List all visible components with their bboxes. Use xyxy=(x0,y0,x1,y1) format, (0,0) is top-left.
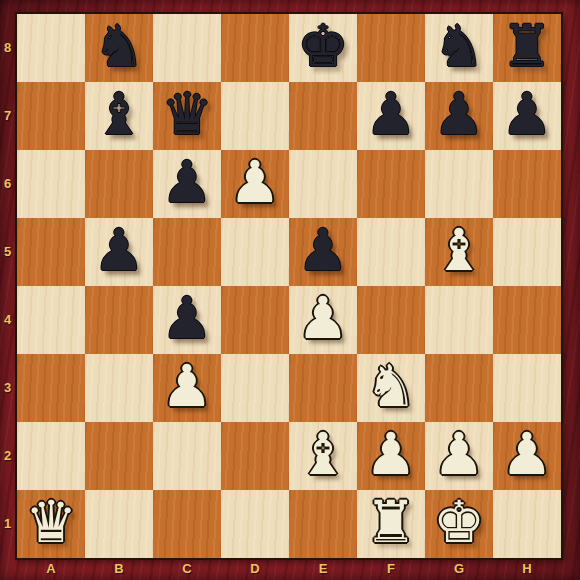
square-f8[interactable] xyxy=(357,14,425,82)
square-d3[interactable] xyxy=(221,354,289,422)
piece-black-pawn-g7[interactable]: ♟ xyxy=(433,85,485,143)
chessboard-scene: 87654321 ♞♚♞♜♝♛♟♟♟♟♟♟♟♝♟♟♟♞♝♟♟♟♛♜♚ ABCDE… xyxy=(0,0,580,580)
piece-white-knight-f3[interactable]: ♞ xyxy=(365,357,417,415)
piece-white-pawn-f2[interactable]: ♟ xyxy=(365,425,417,483)
square-h4[interactable] xyxy=(493,286,561,354)
square-h2[interactable]: ♟ xyxy=(493,422,561,490)
square-g8[interactable]: ♞ xyxy=(425,14,493,82)
square-h8[interactable]: ♜ xyxy=(493,14,561,82)
file-label-b: B xyxy=(85,558,153,580)
square-e6[interactable] xyxy=(289,150,357,218)
board-frame: ♞♚♞♜♝♛♟♟♟♟♟♟♟♝♟♟♟♞♝♟♟♟♛♜♚ xyxy=(15,12,563,560)
piece-black-knight-b8[interactable]: ♞ xyxy=(93,17,145,75)
square-h5[interactable] xyxy=(493,218,561,286)
square-b6[interactable] xyxy=(85,150,153,218)
rank-label-4: 4 xyxy=(0,286,15,354)
square-b8[interactable]: ♞ xyxy=(85,14,153,82)
piece-black-king-e8[interactable]: ♚ xyxy=(297,17,349,75)
square-f2[interactable]: ♟ xyxy=(357,422,425,490)
square-d5[interactable] xyxy=(221,218,289,286)
square-e1[interactable] xyxy=(289,490,357,558)
square-b7[interactable]: ♝ xyxy=(85,82,153,150)
rank-label-1: 1 xyxy=(0,490,15,558)
square-e7[interactable] xyxy=(289,82,357,150)
square-g7[interactable]: ♟ xyxy=(425,82,493,150)
square-b3[interactable] xyxy=(85,354,153,422)
square-d6[interactable]: ♟ xyxy=(221,150,289,218)
square-e3[interactable] xyxy=(289,354,357,422)
square-a1[interactable]: ♛ xyxy=(17,490,85,558)
piece-white-queen-a1[interactable]: ♛ xyxy=(25,493,77,551)
square-d1[interactable] xyxy=(221,490,289,558)
square-c8[interactable] xyxy=(153,14,221,82)
piece-black-knight-g8[interactable]: ♞ xyxy=(433,17,485,75)
file-label-c: C xyxy=(153,558,221,580)
square-c6[interactable]: ♟ xyxy=(153,150,221,218)
square-e5[interactable]: ♟ xyxy=(289,218,357,286)
piece-black-pawn-h7[interactable]: ♟ xyxy=(501,85,553,143)
square-b2[interactable] xyxy=(85,422,153,490)
piece-black-pawn-c6[interactable]: ♟ xyxy=(161,153,213,211)
square-g1[interactable]: ♚ xyxy=(425,490,493,558)
square-g4[interactable] xyxy=(425,286,493,354)
piece-black-queen-c7[interactable]: ♛ xyxy=(161,85,213,143)
piece-white-rook-f1[interactable]: ♜ xyxy=(365,493,417,551)
piece-black-bishop-b7[interactable]: ♝ xyxy=(93,85,145,143)
piece-white-bishop-e2[interactable]: ♝ xyxy=(297,425,349,483)
piece-white-pawn-e4[interactable]: ♟ xyxy=(297,289,349,347)
square-f5[interactable] xyxy=(357,218,425,286)
square-b4[interactable] xyxy=(85,286,153,354)
square-c3[interactable]: ♟ xyxy=(153,354,221,422)
piece-white-pawn-h2[interactable]: ♟ xyxy=(501,425,553,483)
file-label-h: H xyxy=(493,558,561,580)
square-c4[interactable]: ♟ xyxy=(153,286,221,354)
square-g2[interactable]: ♟ xyxy=(425,422,493,490)
square-a2[interactable] xyxy=(17,422,85,490)
square-g6[interactable] xyxy=(425,150,493,218)
file-label-a: A xyxy=(17,558,85,580)
square-c2[interactable] xyxy=(153,422,221,490)
square-f6[interactable] xyxy=(357,150,425,218)
square-c5[interactable] xyxy=(153,218,221,286)
rank-label-8: 8 xyxy=(0,14,15,82)
file-label-g: G xyxy=(425,558,493,580)
square-c1[interactable] xyxy=(153,490,221,558)
square-b5[interactable]: ♟ xyxy=(85,218,153,286)
square-g5[interactable]: ♝ xyxy=(425,218,493,286)
square-c7[interactable]: ♛ xyxy=(153,82,221,150)
piece-white-pawn-g2[interactable]: ♟ xyxy=(433,425,485,483)
square-d8[interactable] xyxy=(221,14,289,82)
square-e4[interactable]: ♟ xyxy=(289,286,357,354)
square-f3[interactable]: ♞ xyxy=(357,354,425,422)
piece-black-pawn-e5[interactable]: ♟ xyxy=(297,221,349,279)
piece-white-pawn-c3[interactable]: ♟ xyxy=(161,357,213,415)
square-f1[interactable]: ♜ xyxy=(357,490,425,558)
square-h7[interactable]: ♟ xyxy=(493,82,561,150)
piece-black-pawn-f7[interactable]: ♟ xyxy=(365,85,417,143)
square-a7[interactable] xyxy=(17,82,85,150)
piece-white-bishop-g5[interactable]: ♝ xyxy=(433,221,485,279)
rank-label-2: 2 xyxy=(0,422,15,490)
piece-black-pawn-c4[interactable]: ♟ xyxy=(161,289,213,347)
square-h3[interactable] xyxy=(493,354,561,422)
file-label-d: D xyxy=(221,558,289,580)
piece-white-pawn-d6[interactable]: ♟ xyxy=(229,153,281,211)
square-d7[interactable] xyxy=(221,82,289,150)
square-d2[interactable] xyxy=(221,422,289,490)
square-f4[interactable] xyxy=(357,286,425,354)
file-label-e: E xyxy=(289,558,357,580)
piece-black-rook-h8[interactable]: ♜ xyxy=(501,17,553,75)
rank-label-5: 5 xyxy=(0,218,15,286)
board: ♞♚♞♜♝♛♟♟♟♟♟♟♟♝♟♟♟♞♝♟♟♟♛♜♚ xyxy=(17,14,561,558)
square-e2[interactable]: ♝ xyxy=(289,422,357,490)
piece-black-pawn-b5[interactable]: ♟ xyxy=(93,221,145,279)
square-a6[interactable] xyxy=(17,150,85,218)
file-labels: ABCDEFGH xyxy=(17,558,561,580)
rank-labels: 87654321 xyxy=(0,14,15,558)
rank-label-7: 7 xyxy=(0,82,15,150)
square-f7[interactable]: ♟ xyxy=(357,82,425,150)
square-e8[interactable]: ♚ xyxy=(289,14,357,82)
square-d4[interactable] xyxy=(221,286,289,354)
piece-white-king-g1[interactable]: ♚ xyxy=(433,493,485,551)
square-a4[interactable] xyxy=(17,286,85,354)
square-a3[interactable] xyxy=(17,354,85,422)
square-g3[interactable] xyxy=(425,354,493,422)
file-label-f: F xyxy=(357,558,425,580)
rank-label-6: 6 xyxy=(0,150,15,218)
square-b1[interactable] xyxy=(85,490,153,558)
square-a5[interactable] xyxy=(17,218,85,286)
square-h1[interactable] xyxy=(493,490,561,558)
square-h6[interactable] xyxy=(493,150,561,218)
square-a8[interactable] xyxy=(17,14,85,82)
rank-label-3: 3 xyxy=(0,354,15,422)
